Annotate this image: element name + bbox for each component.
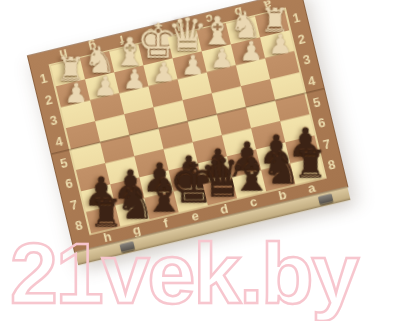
metal-clasp <box>318 193 333 204</box>
board-frame: 12345678 12345678 hgfedcba hgfedcba ♜♞♝♚… <box>28 0 347 252</box>
metal-clasp <box>119 241 134 252</box>
piece-black-rook: ♜ <box>294 146 328 184</box>
board-square: ♞ <box>261 163 295 191</box>
chess-board: 12345678 12345678 hgfedcba hgfedcba ♜♞♝♚… <box>28 0 350 265</box>
product-photo: 12345678 12345678 hgfedcba hgfedcba ♜♞♝♚… <box>0 0 400 321</box>
watermark: 21vek.by <box>10 230 357 316</box>
board-square: ♜ <box>290 156 324 184</box>
